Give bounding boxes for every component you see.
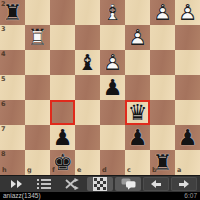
square-b4[interactable] bbox=[150, 50, 175, 75]
square-d8[interactable]: d bbox=[100, 150, 125, 175]
square-d7[interactable] bbox=[100, 125, 125, 150]
square-e7[interactable] bbox=[75, 125, 100, 150]
square-f5[interactable] bbox=[50, 75, 75, 100]
forward-arrow-icon bbox=[179, 180, 189, 188]
white-bishop-d2[interactable]: ♝♗ bbox=[100, 0, 125, 25]
square-h7[interactable]: 7 bbox=[0, 125, 25, 150]
fast-forward-button[interactable] bbox=[3, 177, 29, 191]
square-e8[interactable]: e bbox=[75, 150, 100, 175]
white-rook-g3[interactable]: ♜♖ bbox=[25, 25, 50, 50]
white-pawn-c3[interactable]: ♟♙ bbox=[125, 25, 150, 50]
rank-label-7: 7 bbox=[1, 125, 6, 133]
file-label-h: h bbox=[2, 166, 7, 174]
clock: 6:07 bbox=[184, 192, 197, 200]
square-g4[interactable] bbox=[25, 50, 50, 75]
square-d2[interactable]: ♝♗ bbox=[100, 0, 125, 25]
white-pawn-b2[interactable]: ♟♙ bbox=[150, 0, 175, 25]
square-g3[interactable]: ♜♖ bbox=[25, 25, 50, 50]
black-pawn-d5[interactable]: ♟ bbox=[100, 75, 125, 100]
square-h3[interactable]: 3 bbox=[0, 25, 25, 50]
toolbar bbox=[0, 175, 200, 192]
square-a7[interactable]: ♟ bbox=[175, 125, 200, 150]
rank-label-3: 3 bbox=[1, 25, 6, 33]
square-d6[interactable] bbox=[100, 100, 125, 125]
file-label-e: e bbox=[77, 166, 81, 174]
square-c8[interactable]: c bbox=[125, 150, 150, 175]
square-c5[interactable] bbox=[125, 75, 150, 100]
square-h6[interactable]: 6 bbox=[0, 100, 25, 125]
square-e6[interactable] bbox=[75, 100, 100, 125]
chessboard-icon bbox=[93, 177, 107, 191]
square-h2[interactable]: 2♜ bbox=[0, 0, 25, 25]
rank-label-4: 4 bbox=[1, 50, 6, 58]
chess-app-screen: 2♜♝♗♟♙♟♙3♜♖♟♙4♝♟♙5♟6♛7♟♟♟8hgf♚edcb♜a bbox=[0, 0, 200, 200]
square-e3[interactable] bbox=[75, 25, 100, 50]
square-h8[interactable]: 8h bbox=[0, 150, 25, 175]
shuffle-icon bbox=[65, 178, 79, 190]
square-f3[interactable] bbox=[50, 25, 75, 50]
square-g7[interactable] bbox=[25, 125, 50, 150]
forward-button[interactable] bbox=[171, 177, 197, 191]
square-c6[interactable]: ♛ bbox=[125, 100, 150, 125]
square-d4[interactable]: ♟♙ bbox=[100, 50, 125, 75]
fast-forward-icon bbox=[11, 180, 22, 188]
rank-label-2: 2 bbox=[1, 0, 6, 8]
rank-label-8: 8 bbox=[1, 150, 6, 158]
white-pawn-a2[interactable]: ♟♙ bbox=[175, 0, 200, 25]
square-e4[interactable]: ♝ bbox=[75, 50, 100, 75]
square-b3[interactable] bbox=[150, 25, 175, 50]
square-d3[interactable] bbox=[100, 25, 125, 50]
square-c4[interactable] bbox=[125, 50, 150, 75]
square-a3[interactable] bbox=[175, 25, 200, 50]
chat-button[interactable] bbox=[115, 177, 141, 191]
square-e2[interactable] bbox=[75, 0, 100, 25]
rank-label-5: 5 bbox=[1, 75, 6, 83]
square-a2[interactable]: ♟♙ bbox=[175, 0, 200, 25]
file-label-a: a bbox=[177, 166, 181, 174]
square-a8[interactable]: a bbox=[175, 150, 200, 175]
square-f4[interactable] bbox=[50, 50, 75, 75]
black-bishop-e4[interactable]: ♝ bbox=[75, 50, 100, 75]
square-e5[interactable] bbox=[75, 75, 100, 100]
black-queen-c6[interactable]: ♛ bbox=[125, 100, 150, 125]
black-rook-b8[interactable]: ♜ bbox=[150, 150, 175, 175]
status-bar: aniazz(1345) 6:07 bbox=[0, 192, 200, 200]
square-b7[interactable] bbox=[150, 125, 175, 150]
square-b8[interactable]: b♜ bbox=[150, 150, 175, 175]
square-a6[interactable] bbox=[175, 100, 200, 125]
file-label-d: d bbox=[102, 166, 107, 174]
board-view-button[interactable] bbox=[87, 177, 113, 191]
black-pawn-c7[interactable]: ♟ bbox=[125, 125, 150, 150]
square-f2[interactable] bbox=[50, 0, 75, 25]
player-name: aniazz(1345) bbox=[3, 192, 41, 200]
square-c2[interactable] bbox=[125, 0, 150, 25]
back-button[interactable] bbox=[143, 177, 169, 191]
square-f7[interactable]: ♟ bbox=[50, 125, 75, 150]
square-b6[interactable] bbox=[150, 100, 175, 125]
square-c7[interactable]: ♟ bbox=[125, 125, 150, 150]
black-king-f8[interactable]: ♚ bbox=[50, 150, 75, 175]
square-b5[interactable] bbox=[150, 75, 175, 100]
rank-label-6: 6 bbox=[1, 100, 6, 108]
square-b2[interactable]: ♟♙ bbox=[150, 0, 175, 25]
move-list-button[interactable] bbox=[31, 177, 57, 191]
chess-board[interactable]: 2♜♝♗♟♙♟♙3♜♖♟♙4♝♟♙5♟6♛7♟♟♟8hgf♚edcb♜a bbox=[0, 0, 200, 175]
square-a5[interactable] bbox=[175, 75, 200, 100]
square-g5[interactable] bbox=[25, 75, 50, 100]
square-h4[interactable]: 4 bbox=[0, 50, 25, 75]
square-d5[interactable]: ♟ bbox=[100, 75, 125, 100]
square-g2[interactable] bbox=[25, 0, 50, 25]
square-a4[interactable] bbox=[175, 50, 200, 75]
square-c3[interactable]: ♟♙ bbox=[125, 25, 150, 50]
back-arrow-icon bbox=[151, 180, 161, 188]
square-g8[interactable]: g bbox=[25, 150, 50, 175]
square-g6[interactable] bbox=[25, 100, 50, 125]
square-f6[interactable] bbox=[50, 100, 75, 125]
move-list-icon bbox=[37, 178, 51, 190]
chat-bubbles-icon bbox=[121, 178, 136, 190]
black-pawn-a7[interactable]: ♟ bbox=[175, 125, 200, 150]
square-f8[interactable]: f♚ bbox=[50, 150, 75, 175]
square-h5[interactable]: 5 bbox=[0, 75, 25, 100]
file-label-c: c bbox=[127, 166, 131, 174]
file-label-g: g bbox=[27, 166, 32, 174]
black-pawn-f7[interactable]: ♟ bbox=[50, 125, 75, 150]
white-pawn-d4[interactable]: ♟♙ bbox=[100, 50, 125, 75]
shuffle-button[interactable] bbox=[59, 177, 85, 191]
